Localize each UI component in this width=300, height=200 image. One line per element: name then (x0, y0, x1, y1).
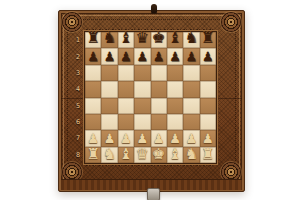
square[interactable] (101, 98, 117, 114)
piece-light-pawn[interactable]: ♟ (120, 132, 132, 145)
piece-light-knight[interactable]: ♞ (103, 147, 116, 162)
piece-dark-pawn[interactable]: ♟ (153, 50, 165, 63)
square[interactable] (200, 81, 216, 97)
piece-light-bishop[interactable]: ♝ (119, 147, 132, 162)
piece-dark-pawn[interactable]: ♟ (104, 50, 116, 63)
scallop-carving (85, 164, 216, 169)
square[interactable] (118, 98, 134, 114)
square[interactable] (134, 114, 150, 130)
piece-dark-bishop[interactable]: ♝ (119, 30, 132, 45)
corner-rosette-icon (62, 12, 82, 32)
square[interactable]: ♟ (151, 130, 167, 146)
piece-light-pawn[interactable]: ♟ (202, 132, 214, 145)
piece-light-pawn[interactable]: ♟ (186, 132, 198, 145)
square[interactable]: ♟ (200, 48, 216, 64)
piece-dark-knight[interactable]: ♞ (103, 30, 116, 45)
square[interactable]: ♝ (118, 32, 134, 48)
piece-light-pawn[interactable]: ♟ (136, 132, 148, 145)
square[interactable]: ♟ (200, 130, 216, 146)
square[interactable]: ♟ (118, 130, 134, 146)
piece-light-rook[interactable]: ♜ (86, 147, 99, 162)
square[interactable] (151, 65, 167, 81)
square[interactable] (183, 81, 199, 97)
square[interactable] (183, 114, 199, 130)
square[interactable]: ♟ (101, 48, 117, 64)
square[interactable]: ♟ (134, 48, 150, 64)
square[interactable] (85, 98, 101, 114)
piece-light-king[interactable]: ♚ (152, 147, 165, 162)
piece-dark-pawn[interactable]: ♟ (136, 50, 148, 63)
square[interactable] (101, 114, 117, 130)
piece-light-queen[interactable]: ♛ (136, 147, 149, 162)
square[interactable] (200, 65, 216, 81)
square[interactable]: ♟ (183, 48, 199, 64)
square[interactable] (167, 81, 183, 97)
piece-light-pawn[interactable]: ♟ (104, 132, 116, 145)
piece-light-pawn[interactable]: ♟ (169, 132, 181, 145)
photo-background: 12345678 ♜♞♝♛♚♝♞♜♟♟♟♟♟♟♟♟♟♟♟♟♟♟♟♟♜♞♝♛♚♝♞… (0, 0, 300, 200)
square[interactable] (118, 81, 134, 97)
square[interactable] (151, 81, 167, 97)
rank-label: 7 (72, 130, 84, 146)
piece-light-knight[interactable]: ♞ (185, 147, 198, 162)
square[interactable]: ♟ (183, 130, 199, 146)
square[interactable]: ♛ (134, 147, 150, 163)
clasp[interactable] (147, 188, 160, 200)
square[interactable] (151, 114, 167, 130)
square[interactable]: ♛ (134, 32, 150, 48)
square[interactable]: ♜ (85, 32, 101, 48)
square[interactable]: ♝ (167, 32, 183, 48)
square[interactable] (134, 81, 150, 97)
square[interactable]: ♟ (85, 48, 101, 64)
piece-light-rook[interactable]: ♜ (201, 147, 214, 162)
square[interactable]: ♝ (167, 147, 183, 163)
piece-dark-pawn[interactable]: ♟ (169, 50, 181, 63)
fold-seam (216, 98, 242, 99)
square[interactable] (151, 98, 167, 114)
square[interactable]: ♟ (167, 48, 183, 64)
piece-light-pawn[interactable]: ♟ (153, 132, 165, 145)
piece-dark-knight[interactable]: ♞ (185, 30, 198, 45)
piece-dark-pawn[interactable]: ♟ (120, 50, 132, 63)
rank-label: 3 (72, 65, 84, 81)
square[interactable] (200, 98, 216, 114)
square[interactable]: ♚ (151, 147, 167, 163)
rank-label: 6 (72, 114, 84, 130)
rank-label: 5 (72, 98, 84, 114)
square[interactable] (167, 114, 183, 130)
square[interactable]: ♞ (183, 147, 199, 163)
square[interactable]: ♟ (85, 130, 101, 146)
square[interactable]: ♜ (200, 32, 216, 48)
piece-dark-queen[interactable]: ♛ (136, 30, 149, 45)
square[interactable] (101, 65, 117, 81)
rank-label: 2 (72, 48, 84, 64)
piece-light-bishop[interactable]: ♝ (168, 147, 181, 162)
square[interactable] (183, 65, 199, 81)
piece-dark-pawn[interactable]: ♟ (87, 50, 99, 63)
square[interactable]: ♟ (118, 48, 134, 64)
chess-board[interactable]: ♜♞♝♛♚♝♞♜♟♟♟♟♟♟♟♟♟♟♟♟♟♟♟♟♜♞♝♛♚♝♞♜ (85, 32, 216, 163)
piece-dark-king[interactable]: ♚ (152, 30, 165, 45)
piece-light-pawn[interactable]: ♟ (87, 132, 99, 145)
square[interactable] (200, 114, 216, 130)
piece-dark-pawn[interactable]: ♟ (186, 50, 198, 63)
hinge-knob (151, 4, 157, 13)
square[interactable]: ♜ (85, 147, 101, 163)
piece-dark-rook[interactable]: ♜ (86, 30, 99, 45)
square[interactable]: ♝ (118, 147, 134, 163)
square[interactable] (134, 98, 150, 114)
square[interactable] (118, 114, 134, 130)
square[interactable] (183, 98, 199, 114)
square[interactable]: ♟ (101, 130, 117, 146)
corner-rosette-icon (221, 12, 241, 32)
square[interactable]: ♟ (134, 130, 150, 146)
square[interactable] (167, 65, 183, 81)
square[interactable]: ♞ (101, 32, 117, 48)
rank-label: 8 (72, 147, 84, 163)
square[interactable]: ♟ (151, 48, 167, 64)
square[interactable]: ♞ (101, 147, 117, 163)
square[interactable] (118, 65, 134, 81)
square[interactable] (85, 81, 101, 97)
piece-dark-rook[interactable]: ♜ (201, 30, 214, 45)
square[interactable] (85, 65, 101, 81)
rank-labels: 12345678 (72, 32, 84, 163)
square[interactable]: ♞ (183, 32, 199, 48)
square[interactable]: ♜ (200, 147, 216, 163)
piece-dark-pawn[interactable]: ♟ (202, 50, 214, 63)
square[interactable] (85, 114, 101, 130)
square[interactable]: ♚ (151, 32, 167, 48)
piece-dark-bishop[interactable]: ♝ (168, 30, 181, 45)
square[interactable] (134, 65, 150, 81)
chess-box: 12345678 ♜♞♝♛♚♝♞♜♟♟♟♟♟♟♟♟♟♟♟♟♟♟♟♟♜♞♝♛♚♝♞… (58, 10, 245, 192)
square[interactable]: ♟ (167, 130, 183, 146)
square[interactable] (167, 98, 183, 114)
rank-label: 1 (72, 32, 84, 48)
rank-label: 4 (72, 81, 84, 97)
square[interactable] (101, 81, 117, 97)
